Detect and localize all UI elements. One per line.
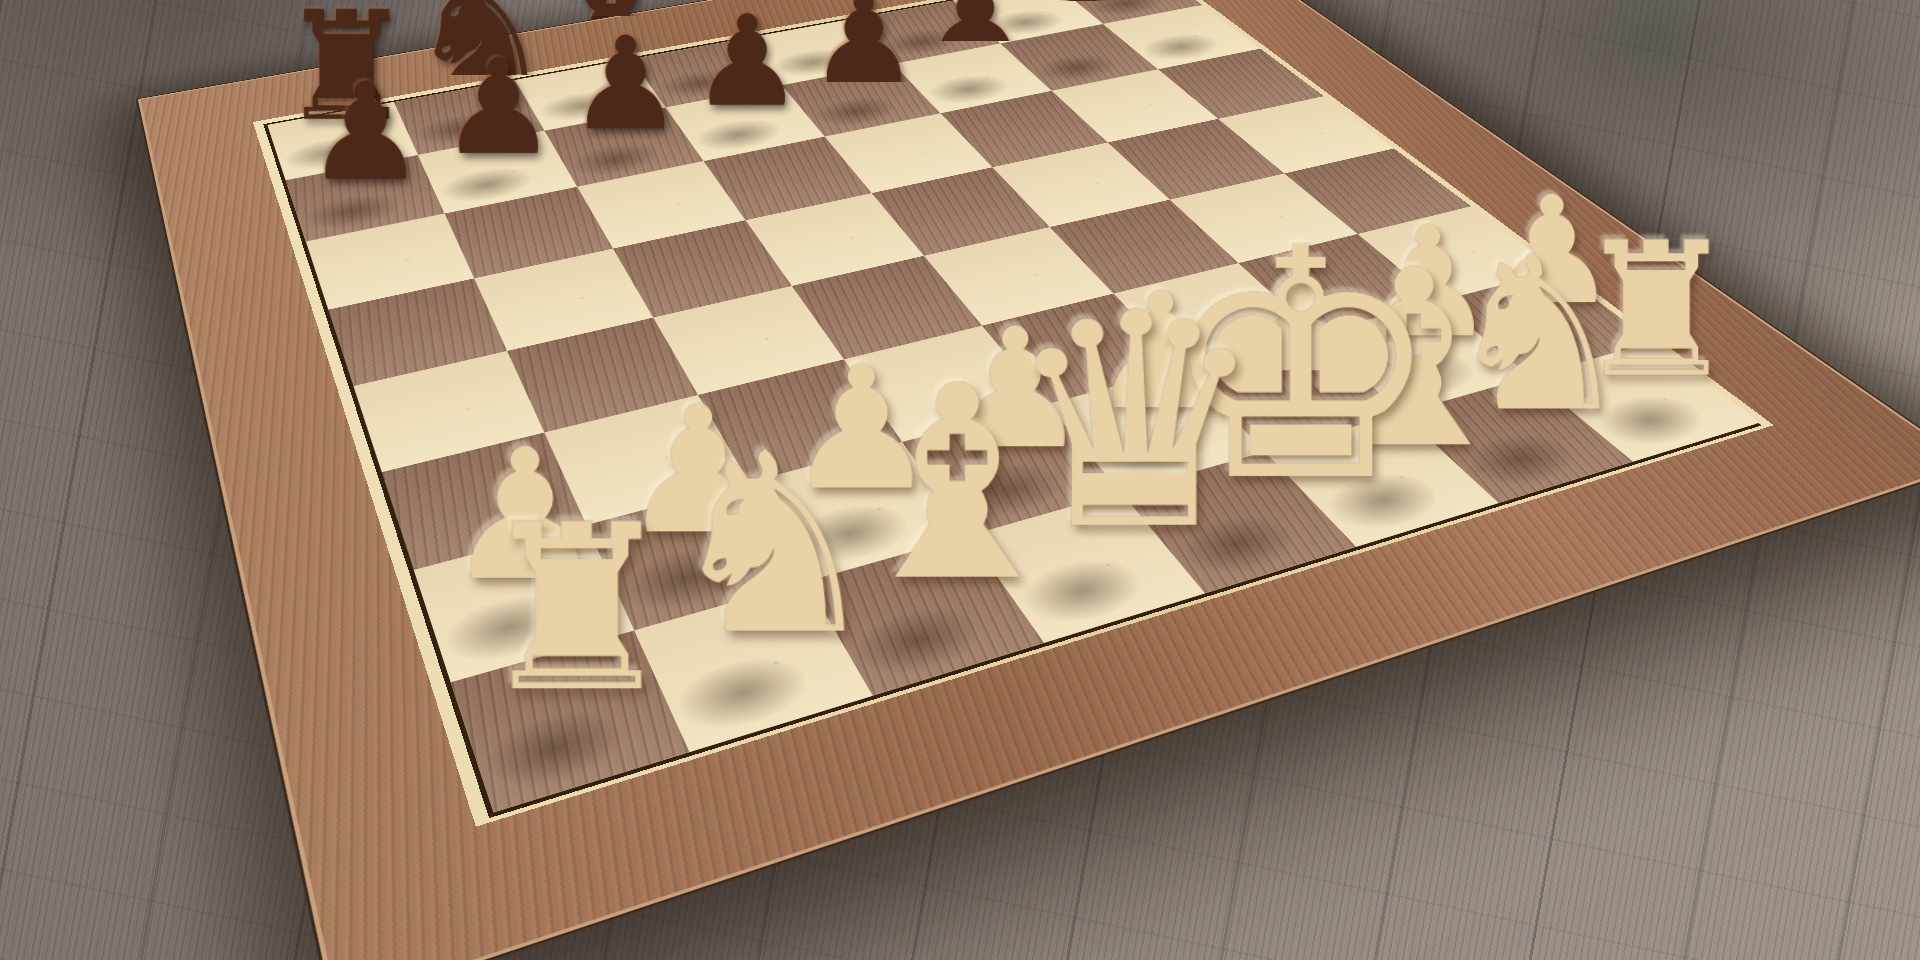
white-pawn: ♟ bbox=[1478, 177, 1626, 325]
board-perspective: ♜♞♝♛♚♝♞♜♟♟♟♟♟♟♟♟♟♟♟♟♟♟♟♟♜♞♝♛♚♝♞♜ bbox=[0, 0, 1920, 960]
board-frame: ♜♞♝♛♚♝♞♜♟♟♟♟♟♟♟♟♟♟♟♟♟♟♟♟♜♞♝♛♚♝♞♜ bbox=[138, 0, 1920, 960]
black-rook: ♜ bbox=[279, 0, 406, 142]
black-knight: ♞ bbox=[975, 0, 1087, 14]
chess-board: ♜♞♝♛♚♝♞♜♟♟♟♟♟♟♟♟♟♟♟♟♟♟♟♟♜♞♝♛♚♝♞♜ bbox=[138, 0, 1920, 960]
square-e2: ♟ bbox=[1047, 368, 1265, 493]
board-grid: ♜♞♝♛♚♝♞♜♟♟♟♟♟♟♟♟♟♟♟♟♟♟♟♟♜♞♝♛♚♝♞♜ bbox=[263, 0, 1761, 818]
black-bishop: ♝ bbox=[531, 0, 653, 96]
scene: ♜♞♝♛♚♝♞♜♟♟♟♟♟♟♟♟♟♟♟♟♟♟♟♟♜♞♝♛♚♝♞♜ bbox=[0, 0, 1920, 960]
board-maple-border: ♜♞♝♛♚♝♞♜♟♟♟♟♟♟♟♟♟♟♟♟♟♟♟♟♜♞♝♛♚♝♞♜ bbox=[253, 0, 1774, 827]
square-a8: ♜ bbox=[267, 102, 418, 180]
square-g4 bbox=[1170, 174, 1358, 264]
black-knight: ♞ bbox=[408, 0, 533, 119]
